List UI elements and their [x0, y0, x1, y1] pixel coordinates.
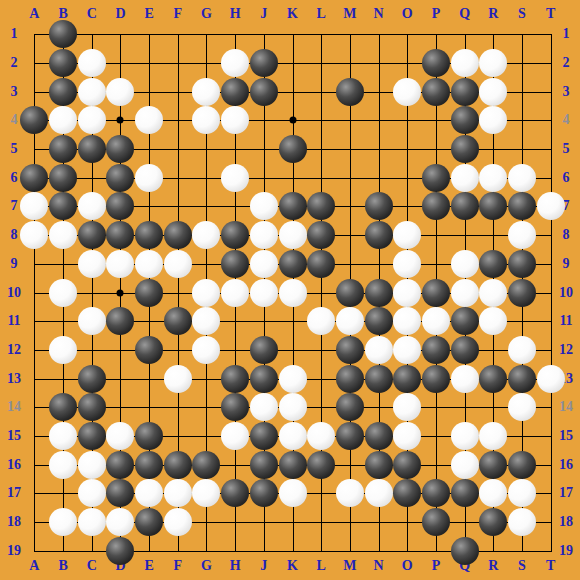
- black-stone-P18: [422, 508, 450, 536]
- black-stone-G16: [192, 451, 220, 479]
- white-stone-Q15: [451, 422, 479, 450]
- white-stone-R6: [479, 164, 507, 192]
- black-stone-P2: [422, 49, 450, 77]
- white-stone-N12: [365, 336, 393, 364]
- column-label: M: [343, 559, 356, 573]
- black-stone-S7: [508, 192, 536, 220]
- white-stone-C3: [78, 78, 106, 106]
- row-label: 3: [11, 85, 18, 99]
- column-label: B: [58, 7, 67, 21]
- black-stone-R9: [479, 250, 507, 278]
- white-stone-Q10: [451, 279, 479, 307]
- black-stone-A6: [20, 164, 48, 192]
- column-label: R: [488, 7, 498, 21]
- column-label: L: [317, 7, 326, 21]
- white-stone-Q9: [451, 250, 479, 278]
- white-stone-H4: [221, 106, 249, 134]
- black-stone-S13: [508, 365, 536, 393]
- hoshi-point: [289, 117, 296, 124]
- white-stone-O9: [393, 250, 421, 278]
- white-stone-B16: [49, 451, 77, 479]
- black-stone-R7: [479, 192, 507, 220]
- white-stone-J8: [250, 221, 278, 249]
- black-stone-N8: [365, 221, 393, 249]
- row-label: 9: [563, 257, 570, 271]
- black-stone-P13: [422, 365, 450, 393]
- row-label: 14: [559, 400, 573, 414]
- white-stone-G11: [192, 307, 220, 335]
- column-label: K: [287, 7, 298, 21]
- white-stone-G12: [192, 336, 220, 364]
- white-stone-D3: [106, 78, 134, 106]
- black-stone-R18: [479, 508, 507, 536]
- black-stone-M12: [336, 336, 364, 364]
- black-stone-N7: [365, 192, 393, 220]
- column-label: K: [287, 559, 298, 573]
- black-stone-M13: [336, 365, 364, 393]
- white-stone-G8: [192, 221, 220, 249]
- column-label: O: [402, 7, 413, 21]
- white-stone-K10: [279, 279, 307, 307]
- white-stone-B15: [49, 422, 77, 450]
- white-stone-O3: [393, 78, 421, 106]
- white-stone-C2: [78, 49, 106, 77]
- black-stone-B2: [49, 49, 77, 77]
- black-stone-K16: [279, 451, 307, 479]
- row-label: 3: [563, 85, 570, 99]
- black-stone-H8: [221, 221, 249, 249]
- black-stone-D16: [106, 451, 134, 479]
- white-stone-S8: [508, 221, 536, 249]
- white-stone-G4: [192, 106, 220, 134]
- black-stone-C14: [78, 393, 106, 421]
- black-stone-L9: [307, 250, 335, 278]
- black-stone-K7: [279, 192, 307, 220]
- white-stone-A7: [20, 192, 48, 220]
- white-stone-K15: [279, 422, 307, 450]
- column-label: B: [58, 559, 67, 573]
- white-stone-K14: [279, 393, 307, 421]
- black-stone-E15: [135, 422, 163, 450]
- row-label: 5: [563, 142, 570, 156]
- black-stone-J3: [250, 78, 278, 106]
- black-stone-N10: [365, 279, 393, 307]
- white-stone-K13: [279, 365, 307, 393]
- row-label: 14: [7, 400, 21, 414]
- black-stone-R16: [479, 451, 507, 479]
- white-stone-O10: [393, 279, 421, 307]
- black-stone-P10: [422, 279, 450, 307]
- black-stone-O16: [393, 451, 421, 479]
- black-stone-A4: [20, 106, 48, 134]
- white-stone-P11: [422, 307, 450, 335]
- hoshi-point: [117, 117, 124, 124]
- black-stone-Q11: [451, 307, 479, 335]
- white-stone-H15: [221, 422, 249, 450]
- white-stone-E6: [135, 164, 163, 192]
- column-label: C: [87, 559, 97, 573]
- black-stone-J15: [250, 422, 278, 450]
- black-stone-K5: [279, 135, 307, 163]
- white-stone-E9: [135, 250, 163, 278]
- black-stone-N11: [365, 307, 393, 335]
- row-label: 11: [7, 314, 20, 328]
- row-label: 4: [11, 113, 18, 127]
- black-stone-J2: [250, 49, 278, 77]
- white-stone-C16: [78, 451, 106, 479]
- black-stone-D17: [106, 479, 134, 507]
- row-label: 15: [559, 429, 573, 443]
- black-stone-M3: [336, 78, 364, 106]
- white-stone-B4: [49, 106, 77, 134]
- column-label: L: [317, 559, 326, 573]
- row-label: 2: [563, 56, 570, 70]
- black-stone-C8: [78, 221, 106, 249]
- column-label: J: [260, 7, 267, 21]
- row-label: 19: [559, 544, 573, 558]
- black-stone-E8: [135, 221, 163, 249]
- white-stone-K17: [279, 479, 307, 507]
- black-stone-L7: [307, 192, 335, 220]
- white-stone-D15: [106, 422, 134, 450]
- white-stone-T7: [537, 192, 565, 220]
- black-stone-P6: [422, 164, 450, 192]
- row-label: 12: [559, 343, 573, 357]
- black-stone-P17: [422, 479, 450, 507]
- white-stone-D18: [106, 508, 134, 536]
- white-stone-G17: [192, 479, 220, 507]
- row-label: 5: [11, 142, 18, 156]
- white-stone-R2: [479, 49, 507, 77]
- grid-line-vertical: [551, 34, 552, 551]
- row-label: 18: [7, 515, 21, 529]
- column-label: A: [29, 559, 39, 573]
- black-stone-J13: [250, 365, 278, 393]
- row-label: 4: [563, 113, 570, 127]
- white-stone-S12: [508, 336, 536, 364]
- black-stone-E16: [135, 451, 163, 479]
- black-stone-F8: [164, 221, 192, 249]
- go-board[interactable]: AABBCCDDEEFFGGHHJJKKLLMMNNOOPPQQRRSSTT11…: [0, 0, 580, 580]
- black-stone-O17: [393, 479, 421, 507]
- black-stone-H17: [221, 479, 249, 507]
- white-stone-S6: [508, 164, 536, 192]
- white-stone-G3: [192, 78, 220, 106]
- row-label: 8: [563, 228, 570, 242]
- white-stone-M11: [336, 307, 364, 335]
- black-stone-J17: [250, 479, 278, 507]
- white-stone-K8: [279, 221, 307, 249]
- black-stone-Q5: [451, 135, 479, 163]
- black-stone-L8: [307, 221, 335, 249]
- black-stone-F16: [164, 451, 192, 479]
- black-stone-D11: [106, 307, 134, 335]
- black-stone-M14: [336, 393, 364, 421]
- row-label: 10: [559, 286, 573, 300]
- white-stone-F18: [164, 508, 192, 536]
- white-stone-B12: [49, 336, 77, 364]
- black-stone-D5: [106, 135, 134, 163]
- white-stone-E4: [135, 106, 163, 134]
- column-label: S: [518, 559, 526, 573]
- hoshi-point: [117, 289, 124, 296]
- column-label: N: [373, 559, 383, 573]
- black-stone-D7: [106, 192, 134, 220]
- white-stone-J7: [250, 192, 278, 220]
- row-label: 1: [11, 27, 18, 41]
- black-stone-B1: [49, 20, 77, 48]
- black-stone-F11: [164, 307, 192, 335]
- row-label: 1: [563, 27, 570, 41]
- white-stone-S14: [508, 393, 536, 421]
- black-stone-B6: [49, 164, 77, 192]
- black-stone-N15: [365, 422, 393, 450]
- black-stone-B14: [49, 393, 77, 421]
- white-stone-C9: [78, 250, 106, 278]
- white-stone-J9: [250, 250, 278, 278]
- white-stone-S17: [508, 479, 536, 507]
- black-stone-B5: [49, 135, 77, 163]
- black-stone-M10: [336, 279, 364, 307]
- black-stone-C15: [78, 422, 106, 450]
- white-stone-T13: [537, 365, 565, 393]
- black-stone-Q19: [451, 537, 479, 565]
- column-label: F: [174, 7, 183, 21]
- white-stone-O8: [393, 221, 421, 249]
- white-stone-Q13: [451, 365, 479, 393]
- white-stone-H6: [221, 164, 249, 192]
- white-stone-O14: [393, 393, 421, 421]
- row-label: 15: [7, 429, 21, 443]
- white-stone-J10: [250, 279, 278, 307]
- column-label: E: [144, 7, 153, 21]
- black-stone-H9: [221, 250, 249, 278]
- white-stone-S18: [508, 508, 536, 536]
- white-stone-Q6: [451, 164, 479, 192]
- white-stone-A8: [20, 221, 48, 249]
- row-label: 16: [7, 458, 21, 472]
- black-stone-E12: [135, 336, 163, 364]
- row-label: 11: [559, 314, 572, 328]
- black-stone-C13: [78, 365, 106, 393]
- white-stone-R11: [479, 307, 507, 335]
- column-label: E: [144, 559, 153, 573]
- column-label: G: [201, 559, 212, 573]
- black-stone-K9: [279, 250, 307, 278]
- white-stone-B10: [49, 279, 77, 307]
- white-stone-G10: [192, 279, 220, 307]
- column-label: Q: [459, 7, 470, 21]
- column-label: C: [87, 7, 97, 21]
- column-label: H: [230, 7, 241, 21]
- black-stone-O13: [393, 365, 421, 393]
- black-stone-J16: [250, 451, 278, 479]
- black-stone-Q12: [451, 336, 479, 364]
- white-stone-Q2: [451, 49, 479, 77]
- white-stone-H10: [221, 279, 249, 307]
- black-stone-C5: [78, 135, 106, 163]
- black-stone-H14: [221, 393, 249, 421]
- black-stone-M15: [336, 422, 364, 450]
- white-stone-L15: [307, 422, 335, 450]
- white-stone-C4: [78, 106, 106, 134]
- white-stone-L11: [307, 307, 335, 335]
- black-stone-P3: [422, 78, 450, 106]
- column-label: A: [29, 7, 39, 21]
- row-label: 17: [559, 486, 573, 500]
- row-label: 17: [7, 486, 21, 500]
- white-stone-O15: [393, 422, 421, 450]
- black-stone-Q7: [451, 192, 479, 220]
- white-stone-C18: [78, 508, 106, 536]
- black-stone-Q17: [451, 479, 479, 507]
- black-stone-B3: [49, 78, 77, 106]
- white-stone-B18: [49, 508, 77, 536]
- column-label: S: [518, 7, 526, 21]
- white-stone-C11: [78, 307, 106, 335]
- row-label: 9: [11, 257, 18, 271]
- white-stone-C17: [78, 479, 106, 507]
- row-label: 10: [7, 286, 21, 300]
- white-stone-O11: [393, 307, 421, 335]
- row-label: 13: [7, 372, 21, 386]
- column-label: G: [201, 7, 212, 21]
- black-stone-N13: [365, 365, 393, 393]
- white-stone-M17: [336, 479, 364, 507]
- black-stone-P12: [422, 336, 450, 364]
- column-label: D: [115, 7, 125, 21]
- column-label: F: [174, 559, 183, 573]
- white-stone-J14: [250, 393, 278, 421]
- white-stone-R3: [479, 78, 507, 106]
- column-label: M: [343, 7, 356, 21]
- black-stone-N16: [365, 451, 393, 479]
- black-stone-B7: [49, 192, 77, 220]
- white-stone-F9: [164, 250, 192, 278]
- column-label: T: [546, 7, 555, 21]
- black-stone-S16: [508, 451, 536, 479]
- column-label: P: [432, 7, 441, 21]
- black-stone-E10: [135, 279, 163, 307]
- black-stone-E18: [135, 508, 163, 536]
- black-stone-L16: [307, 451, 335, 479]
- column-label: P: [432, 559, 441, 573]
- black-stone-S10: [508, 279, 536, 307]
- row-label: 19: [7, 544, 21, 558]
- white-stone-Q16: [451, 451, 479, 479]
- black-stone-H3: [221, 78, 249, 106]
- column-label: T: [546, 559, 555, 573]
- black-stone-D6: [106, 164, 134, 192]
- black-stone-H13: [221, 365, 249, 393]
- black-stone-Q4: [451, 106, 479, 134]
- black-stone-D8: [106, 221, 134, 249]
- row-label: 18: [559, 515, 573, 529]
- white-stone-R15: [479, 422, 507, 450]
- column-label: H: [230, 559, 241, 573]
- black-stone-D19: [106, 537, 134, 565]
- white-stone-E17: [135, 479, 163, 507]
- black-stone-S9: [508, 250, 536, 278]
- row-label: 2: [11, 56, 18, 70]
- white-stone-N17: [365, 479, 393, 507]
- column-label: R: [488, 559, 498, 573]
- row-label: 7: [11, 199, 18, 213]
- white-stone-R17: [479, 479, 507, 507]
- column-label: N: [373, 7, 383, 21]
- white-stone-F17: [164, 479, 192, 507]
- row-label: 6: [11, 171, 18, 185]
- black-stone-P7: [422, 192, 450, 220]
- white-stone-R4: [479, 106, 507, 134]
- white-stone-H2: [221, 49, 249, 77]
- white-stone-C7: [78, 192, 106, 220]
- row-label: 12: [7, 343, 21, 357]
- column-label: O: [402, 559, 413, 573]
- white-stone-D9: [106, 250, 134, 278]
- black-stone-J12: [250, 336, 278, 364]
- column-label: J: [260, 559, 267, 573]
- white-stone-O12: [393, 336, 421, 364]
- row-label: 6: [563, 171, 570, 185]
- row-label: 8: [11, 228, 18, 242]
- white-stone-F13: [164, 365, 192, 393]
- row-label: 16: [559, 458, 573, 472]
- black-stone-R13: [479, 365, 507, 393]
- white-stone-R10: [479, 279, 507, 307]
- black-stone-Q3: [451, 78, 479, 106]
- white-stone-B8: [49, 221, 77, 249]
